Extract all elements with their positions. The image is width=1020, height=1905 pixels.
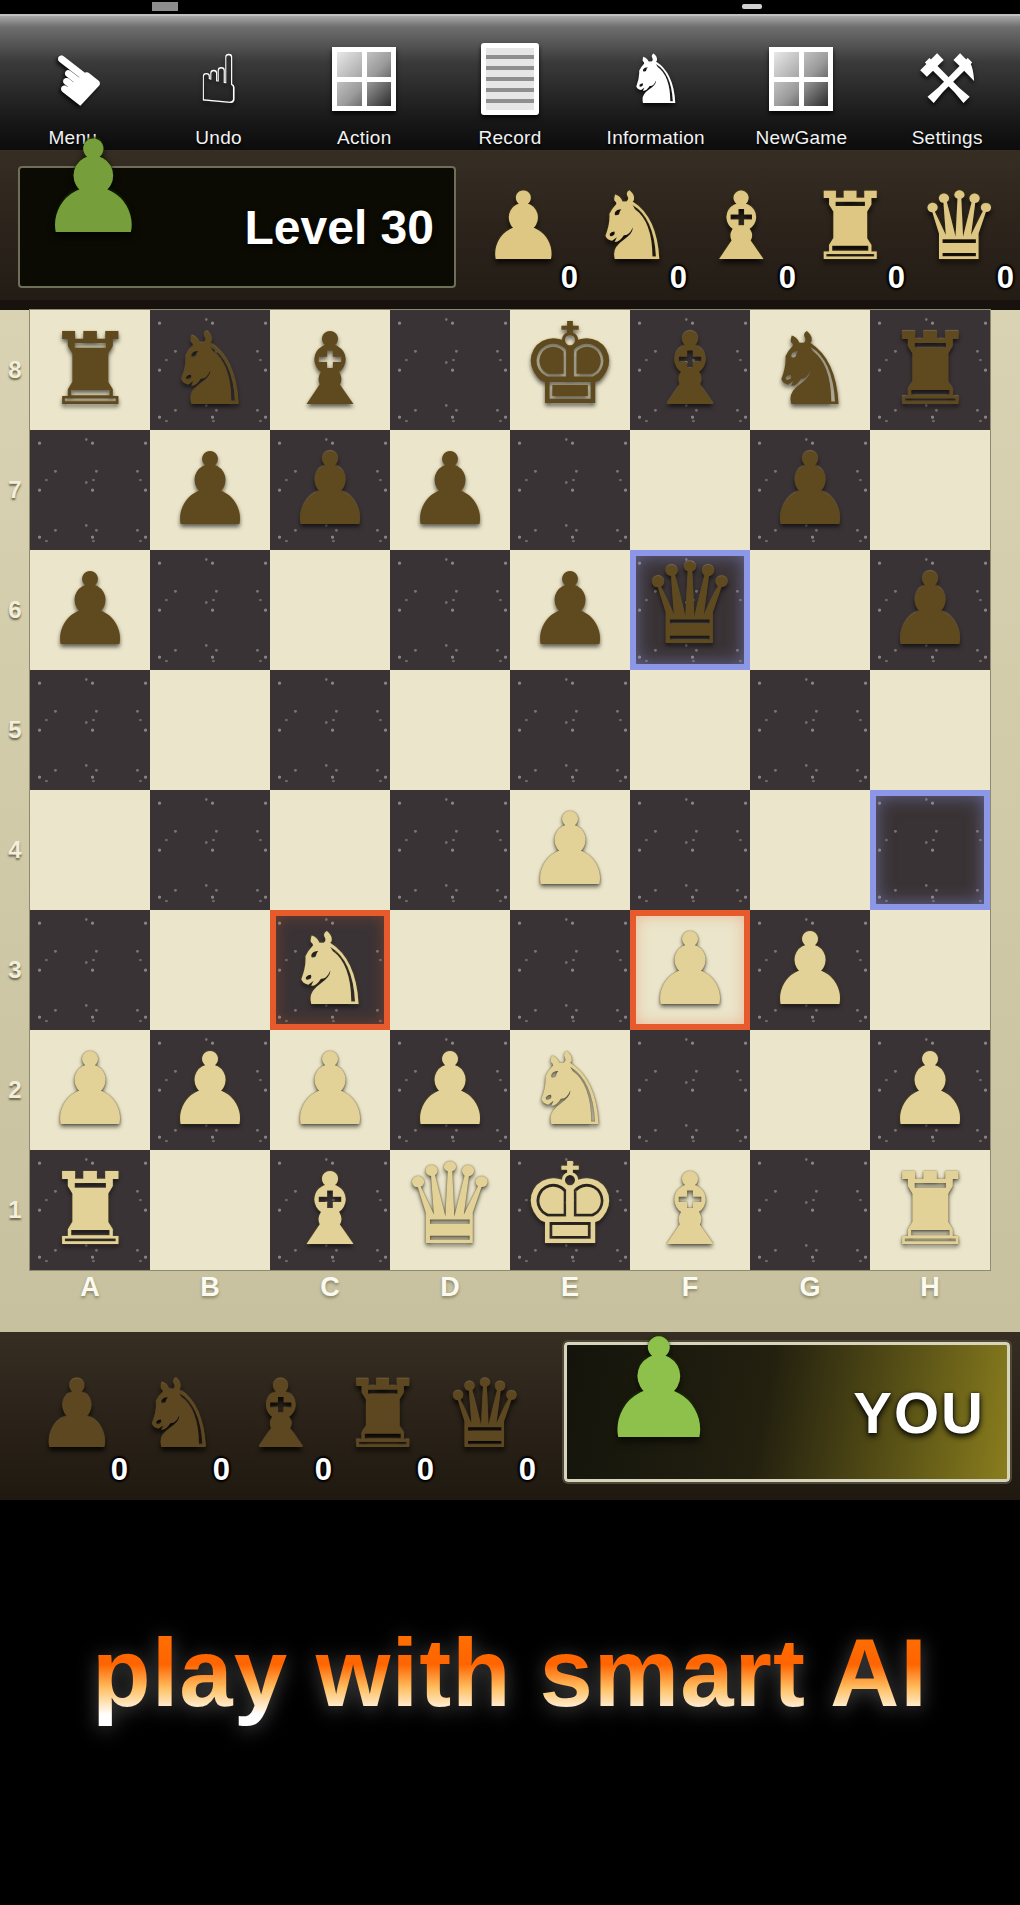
white-bishop-icon: ♝	[699, 180, 783, 274]
square-b8[interactable]: ♞	[150, 310, 270, 430]
square-h2[interactable]: ♟	[870, 1030, 990, 1150]
square-c3[interactable]: ♞	[270, 910, 390, 1030]
captured-white-pawn: ♟0	[469, 156, 578, 298]
square-f5[interactable]	[630, 670, 750, 790]
square-a6[interactable]: ♟	[30, 550, 150, 670]
tools-icon: ⚒	[917, 31, 978, 127]
square-f6[interactable]: ♛	[630, 550, 750, 670]
captured-black-knight: ♞0	[128, 1340, 230, 1490]
square-a3[interactable]	[30, 910, 150, 1030]
captured-white-queen: ♛0	[905, 156, 1014, 298]
square-e8[interactable]: ♚	[510, 310, 630, 430]
rank-label-3: 3	[0, 910, 30, 1030]
square-g6[interactable]	[750, 550, 870, 670]
piece-black-king: ♚	[510, 304, 630, 424]
captured-black-rook-count: 0	[417, 1452, 434, 1488]
square-d8[interactable]	[390, 310, 510, 430]
rank-labels: 87654321	[0, 310, 30, 1270]
square-d1[interactable]: ♛	[390, 1150, 510, 1270]
square-g7[interactable]: ♟	[750, 430, 870, 550]
square-d7[interactable]: ♟	[390, 430, 510, 550]
square-c7[interactable]: ♟	[270, 430, 390, 550]
undo-label: Undo	[195, 127, 242, 149]
piece-white-knight: ♞	[510, 1030, 630, 1150]
new-game-button[interactable]: NewGame	[729, 16, 875, 152]
captured-black-knight-count: 0	[213, 1452, 230, 1488]
knight-icon: ♞	[625, 31, 686, 127]
captured-white-bishop-count: 0	[779, 260, 796, 296]
information-label: Information	[607, 127, 705, 149]
square-h4[interactable]	[870, 790, 990, 910]
rank-label-8: 8	[0, 310, 30, 430]
square-c4[interactable]	[270, 790, 390, 910]
captured-black-pawn-count: 0	[111, 1452, 128, 1488]
square-c8[interactable]: ♝	[270, 310, 390, 430]
square-g4[interactable]	[750, 790, 870, 910]
captured-white-tray: ♟0♞0♝0♜0♛0	[469, 156, 1014, 298]
white-pawn-icon: ♟	[481, 180, 565, 274]
black-knight-icon: ♞	[137, 1368, 221, 1462]
opponent-green-pawn-icon: ♟	[36, 124, 151, 252]
status-bar-artifact	[742, 4, 762, 9]
white-knight-icon: ♞	[590, 180, 674, 274]
settings-label: Settings	[912, 127, 983, 149]
piece-black-pawn: ♟	[150, 430, 270, 550]
square-e2[interactable]: ♞	[510, 1030, 630, 1150]
square-b4[interactable]	[150, 790, 270, 910]
square-a7[interactable]	[30, 430, 150, 550]
piece-black-knight: ♞	[150, 310, 270, 430]
square-b2[interactable]: ♟	[150, 1030, 270, 1150]
record-button[interactable]: Record	[437, 16, 583, 152]
square-g5[interactable]	[750, 670, 870, 790]
black-bishop-icon: ♝	[239, 1368, 323, 1462]
piece-white-pawn: ♟	[390, 1030, 510, 1150]
file-label-g: G	[750, 1272, 870, 1322]
piece-white-bishop: ♝	[630, 1150, 750, 1270]
captured-black-queen: ♛0	[434, 1340, 536, 1490]
piece-black-pawn: ♟	[870, 550, 990, 670]
status-bar-artifact	[152, 2, 178, 11]
piece-black-rook: ♜	[30, 310, 150, 430]
square-f7[interactable]	[630, 430, 750, 550]
square-h3[interactable]	[870, 910, 990, 1030]
square-h7[interactable]	[870, 430, 990, 550]
square-g8[interactable]: ♞	[750, 310, 870, 430]
captured-white-rook-count: 0	[888, 260, 905, 296]
captured-white-knight: ♞0	[578, 156, 687, 298]
ad-banner: play with smart AI	[0, 1500, 1020, 1905]
square-a8[interactable]: ♜	[30, 310, 150, 430]
piece-black-pawn: ♟	[270, 430, 390, 550]
action-label: Action	[337, 127, 392, 149]
player-info-row: ♟0♞0♝0♜0♛0 ♟ YOU	[0, 1332, 1020, 1500]
rank-label-2: 2	[0, 1030, 30, 1150]
opponent-info-row: Level 30 ♟ ♟0♞0♝0♜0♛0	[0, 150, 1020, 300]
square-b6[interactable]	[150, 550, 270, 670]
rank-label-7: 7	[0, 430, 30, 550]
square-d6[interactable]	[390, 550, 510, 670]
square-e6[interactable]: ♟	[510, 550, 630, 670]
piece-black-knight: ♞	[750, 310, 870, 430]
square-b5[interactable]	[150, 670, 270, 790]
piece-white-rook: ♜	[30, 1150, 150, 1270]
square-f1[interactable]: ♝	[630, 1150, 750, 1270]
piece-white-pawn: ♟	[270, 1030, 390, 1150]
square-a4[interactable]	[30, 790, 150, 910]
square-b1[interactable]	[150, 1150, 270, 1270]
piece-white-pawn: ♟	[870, 1030, 990, 1150]
piece-black-bishop: ♝	[270, 310, 390, 430]
record-label: Record	[478, 127, 541, 149]
toolbar: ☚ Menu ☝ Undo Action Record ♞ Informatio…	[0, 14, 1020, 152]
square-a2[interactable]: ♟	[30, 1030, 150, 1150]
square-h8[interactable]: ♜	[870, 310, 990, 430]
piece-black-pawn: ♟	[30, 550, 150, 670]
square-f8[interactable]: ♝	[630, 310, 750, 430]
chess-board: ♜♞♝♚♝♞♜♟♟♟♟♟♟♛♟♟♞♟♟♟♟♟♟♞♟♜♝♛♚♝♜	[30, 310, 990, 1270]
banner-text: play with smart AI	[0, 1618, 1020, 1728]
square-e5[interactable]	[510, 670, 630, 790]
square-g1[interactable]	[750, 1150, 870, 1270]
square-b3[interactable]	[150, 910, 270, 1030]
new-board-icon	[769, 31, 833, 127]
file-label-a: A	[30, 1272, 150, 1322]
piece-black-pawn: ♟	[750, 430, 870, 550]
chess-board-frame: 87654321 ♜♞♝♚♝♞♜♟♟♟♟♟♟♛♟♟♞♟♟♟♟♟♟♞♟♜♝♛♚♝♜…	[0, 300, 1020, 1332]
square-g2[interactable]	[750, 1030, 870, 1150]
rank-label-6: 6	[0, 550, 30, 670]
captured-black-queen-count: 0	[519, 1452, 536, 1488]
captured-black-bishop: ♝0	[230, 1340, 332, 1490]
white-rook-icon: ♜	[808, 180, 892, 274]
piece-black-pawn: ♟	[390, 430, 510, 550]
captured-black-bishop-count: 0	[315, 1452, 332, 1488]
square-c2[interactable]: ♟	[270, 1030, 390, 1150]
square-f3[interactable]: ♟	[630, 910, 750, 1030]
file-labels: ABCDEFGH	[30, 1272, 990, 1322]
file-label-c: C	[270, 1272, 390, 1322]
square-c5[interactable]	[270, 670, 390, 790]
captured-white-pawn-count: 0	[561, 260, 578, 296]
square-d4[interactable]	[390, 790, 510, 910]
captured-white-rook: ♜0	[796, 156, 905, 298]
you-green-pawn-icon: ♟	[597, 1321, 721, 1459]
black-rook-icon: ♜	[341, 1368, 425, 1462]
square-e3[interactable]	[510, 910, 630, 1030]
piece-white-pawn: ♟	[630, 910, 750, 1030]
file-label-b: B	[150, 1272, 270, 1322]
app-screen: ☚ Menu ☝ Undo Action Record ♞ Informatio…	[0, 0, 1020, 1905]
piece-white-bishop: ♝	[270, 1150, 390, 1270]
square-d2[interactable]: ♟	[390, 1030, 510, 1150]
information-button[interactable]: ♞ Information	[583, 16, 729, 152]
rank-label-4: 4	[0, 790, 30, 910]
piece-white-pawn: ♟	[150, 1030, 270, 1150]
rank-label-1: 1	[0, 1150, 30, 1270]
square-e1[interactable]: ♚	[510, 1150, 630, 1270]
square-h5[interactable]	[870, 670, 990, 790]
square-c1[interactable]: ♝	[270, 1150, 390, 1270]
piece-black-queen: ♛	[630, 544, 750, 664]
piece-black-pawn: ♟	[510, 550, 630, 670]
captured-black-rook: ♜0	[332, 1340, 434, 1490]
board-top-edge	[0, 300, 1020, 310]
status-bar	[0, 0, 1020, 14]
piece-white-pawn: ♟	[750, 910, 870, 1030]
square-c6[interactable]	[270, 550, 390, 670]
piece-white-queen: ♛	[390, 1144, 510, 1264]
captured-white-queen-count: 0	[997, 260, 1014, 296]
undo-button[interactable]: ☝ Undo	[146, 16, 292, 152]
piece-black-rook: ♜	[870, 310, 990, 430]
square-a1[interactable]: ♜	[30, 1150, 150, 1270]
new-game-label: NewGame	[756, 127, 848, 149]
black-queen-icon: ♛	[443, 1368, 527, 1462]
black-pawn-icon: ♟	[35, 1368, 119, 1462]
piece-white-pawn: ♟	[510, 790, 630, 910]
square-a5[interactable]	[30, 670, 150, 790]
board-window-icon	[332, 31, 396, 127]
settings-button[interactable]: ⚒ Settings	[874, 16, 1020, 152]
square-e4[interactable]: ♟	[510, 790, 630, 910]
file-label-h: H	[870, 1272, 990, 1322]
file-label-d: D	[390, 1272, 510, 1322]
action-button[interactable]: Action	[291, 16, 437, 152]
rank-label-5: 5	[0, 670, 30, 790]
square-h6[interactable]: ♟	[870, 550, 990, 670]
square-d5[interactable]	[390, 670, 510, 790]
piece-white-pawn: ♟	[30, 1030, 150, 1150]
piece-white-knight: ♞	[270, 910, 390, 1030]
square-h1[interactable]: ♜	[870, 1150, 990, 1270]
document-icon	[481, 31, 539, 127]
captured-white-knight-count: 0	[670, 260, 687, 296]
piece-white-rook: ♜	[870, 1150, 990, 1270]
opponent-level-label: Level 30	[245, 200, 434, 255]
square-e7[interactable]	[510, 430, 630, 550]
hand-palm-icon: ☝	[198, 31, 239, 127]
square-d3[interactable]	[390, 910, 510, 1030]
captured-black-pawn: ♟0	[26, 1340, 128, 1490]
you-label: YOU	[853, 1379, 985, 1446]
square-b7[interactable]: ♟	[150, 430, 270, 550]
captured-white-bishop: ♝0	[687, 156, 796, 298]
square-f4[interactable]	[630, 790, 750, 910]
square-f2[interactable]	[630, 1030, 750, 1150]
piece-white-king: ♚	[510, 1144, 630, 1264]
captured-black-tray: ♟0♞0♝0♜0♛0	[26, 1340, 536, 1490]
square-g3[interactable]: ♟	[750, 910, 870, 1030]
piece-black-bishop: ♝	[630, 310, 750, 430]
you-panel: ♟ YOU	[564, 1342, 1010, 1482]
white-queen-icon: ♛	[917, 180, 1001, 274]
